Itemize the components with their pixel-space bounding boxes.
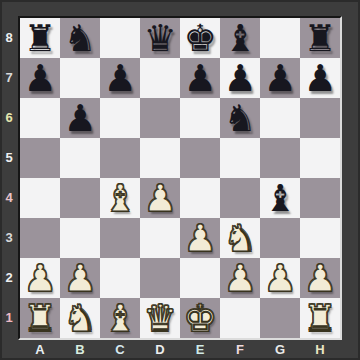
square-h2[interactable]: ♟ <box>300 258 340 298</box>
square-g8[interactable] <box>260 18 300 58</box>
square-b4[interactable] <box>60 178 100 218</box>
square-g6[interactable] <box>260 98 300 138</box>
black-pawn[interactable]: ♟ <box>100 58 140 98</box>
square-c4[interactable]: ♝ <box>100 178 140 218</box>
black-pawn[interactable]: ♟ <box>20 58 60 98</box>
square-h6[interactable] <box>300 98 340 138</box>
square-d7[interactable] <box>140 58 180 98</box>
square-c3[interactable] <box>100 218 140 258</box>
square-f6[interactable]: ♞ <box>220 98 260 138</box>
white-king[interactable]: ♚ <box>180 298 220 338</box>
square-e1[interactable]: ♚ <box>180 298 220 338</box>
black-bishop[interactable]: ♝ <box>220 18 260 58</box>
black-pawn[interactable]: ♟ <box>260 58 300 98</box>
square-a5[interactable] <box>20 138 60 178</box>
white-bishop[interactable]: ♝ <box>100 178 140 218</box>
black-knight[interactable]: ♞ <box>60 18 100 58</box>
square-g7[interactable]: ♟ <box>260 58 300 98</box>
file-label-e: E <box>180 341 220 358</box>
square-d8[interactable]: ♛ <box>140 18 180 58</box>
square-c7[interactable]: ♟ <box>100 58 140 98</box>
rank-label-5: 5 <box>0 138 18 178</box>
white-queen[interactable]: ♛ <box>140 298 180 338</box>
black-pawn[interactable]: ♟ <box>60 98 100 138</box>
file-label-a: A <box>20 341 60 358</box>
file-label-f: F <box>220 341 260 358</box>
rank-label-2: 2 <box>0 258 18 298</box>
chess-board[interactable]: ♜♞♛♚♝♜♟♟♟♟♟♟♟♞♝♟♝♟♞♟♟♟♟♟♜♞♝♛♚♜ <box>20 18 340 338</box>
square-a4[interactable] <box>20 178 60 218</box>
square-e3[interactable]: ♟ <box>180 218 220 258</box>
black-knight[interactable]: ♞ <box>220 98 260 138</box>
white-pawn[interactable]: ♟ <box>140 178 180 218</box>
square-f4[interactable] <box>220 178 260 218</box>
square-f8[interactable]: ♝ <box>220 18 260 58</box>
square-f1[interactable] <box>220 298 260 338</box>
square-c8[interactable] <box>100 18 140 58</box>
square-b1[interactable]: ♞ <box>60 298 100 338</box>
square-h7[interactable]: ♟ <box>300 58 340 98</box>
square-g3[interactable] <box>260 218 300 258</box>
square-g2[interactable]: ♟ <box>260 258 300 298</box>
square-e6[interactable] <box>180 98 220 138</box>
square-f3[interactable]: ♞ <box>220 218 260 258</box>
rank-label-4: 4 <box>0 178 18 218</box>
square-e2[interactable] <box>180 258 220 298</box>
white-rook[interactable]: ♜ <box>20 298 60 338</box>
white-knight[interactable]: ♞ <box>220 218 260 258</box>
file-label-h: H <box>300 341 340 358</box>
chess-app-window: ♜♞♛♚♝♜♟♟♟♟♟♟♟♞♝♟♝♟♞♟♟♟♟♟♜♞♝♛♚♜ 87654321 … <box>0 0 360 360</box>
square-f5[interactable] <box>220 138 260 178</box>
square-c1[interactable]: ♝ <box>100 298 140 338</box>
white-pawn[interactable]: ♟ <box>60 258 100 298</box>
square-h4[interactable] <box>300 178 340 218</box>
square-h3[interactable] <box>300 218 340 258</box>
square-a8[interactable]: ♜ <box>20 18 60 58</box>
square-b3[interactable] <box>60 218 100 258</box>
white-rook[interactable]: ♜ <box>300 298 340 338</box>
square-c6[interactable] <box>100 98 140 138</box>
black-rook[interactable]: ♜ <box>20 18 60 58</box>
file-label-c: C <box>100 341 140 358</box>
square-h5[interactable] <box>300 138 340 178</box>
square-e4[interactable] <box>180 178 220 218</box>
square-b7[interactable] <box>60 58 100 98</box>
square-b8[interactable]: ♞ <box>60 18 100 58</box>
square-e8[interactable]: ♚ <box>180 18 220 58</box>
white-pawn[interactable]: ♟ <box>180 218 220 258</box>
square-d6[interactable] <box>140 98 180 138</box>
square-e7[interactable]: ♟ <box>180 58 220 98</box>
square-c5[interactable] <box>100 138 140 178</box>
rank-label-3: 3 <box>0 218 18 258</box>
white-pawn[interactable]: ♟ <box>300 258 340 298</box>
square-a6[interactable] <box>20 98 60 138</box>
file-label-d: D <box>140 341 180 358</box>
square-a1[interactable]: ♜ <box>20 298 60 338</box>
black-pawn[interactable]: ♟ <box>220 58 260 98</box>
square-g5[interactable] <box>260 138 300 178</box>
white-pawn[interactable]: ♟ <box>20 258 60 298</box>
square-d1[interactable]: ♛ <box>140 298 180 338</box>
rank-label-7: 7 <box>0 58 18 98</box>
chess-board-frame: ♜♞♛♚♝♜♟♟♟♟♟♟♟♞♝♟♝♟♞♟♟♟♟♟♜♞♝♛♚♜ <box>18 16 342 340</box>
black-rook[interactable]: ♜ <box>300 18 340 58</box>
square-g4[interactable]: ♝ <box>260 178 300 218</box>
black-king[interactable]: ♚ <box>180 18 220 58</box>
rank-label-8: 8 <box>0 18 18 58</box>
square-d5[interactable] <box>140 138 180 178</box>
square-a3[interactable] <box>20 218 60 258</box>
file-label-b: B <box>60 341 100 358</box>
white-bishop[interactable]: ♝ <box>100 298 140 338</box>
square-d3[interactable] <box>140 218 180 258</box>
square-b2[interactable]: ♟ <box>60 258 100 298</box>
square-f7[interactable]: ♟ <box>220 58 260 98</box>
white-pawn[interactable]: ♟ <box>220 258 260 298</box>
white-pawn[interactable]: ♟ <box>260 258 300 298</box>
black-queen[interactable]: ♛ <box>140 18 180 58</box>
black-pawn[interactable]: ♟ <box>180 58 220 98</box>
square-b6[interactable]: ♟ <box>60 98 100 138</box>
square-h1[interactable]: ♜ <box>300 298 340 338</box>
square-d4[interactable]: ♟ <box>140 178 180 218</box>
black-bishop[interactable]: ♝ <box>260 178 300 218</box>
square-a2[interactable]: ♟ <box>20 258 60 298</box>
square-a7[interactable]: ♟ <box>20 58 60 98</box>
square-d2[interactable] <box>140 258 180 298</box>
square-g1[interactable] <box>260 298 300 338</box>
rank-label-1: 1 <box>0 298 18 338</box>
square-b5[interactable] <box>60 138 100 178</box>
black-pawn[interactable]: ♟ <box>300 58 340 98</box>
square-c2[interactable] <box>100 258 140 298</box>
file-label-g: G <box>260 341 300 358</box>
square-h8[interactable]: ♜ <box>300 18 340 58</box>
rank-label-6: 6 <box>0 98 18 138</box>
square-e5[interactable] <box>180 138 220 178</box>
square-f2[interactable]: ♟ <box>220 258 260 298</box>
white-knight[interactable]: ♞ <box>60 298 100 338</box>
